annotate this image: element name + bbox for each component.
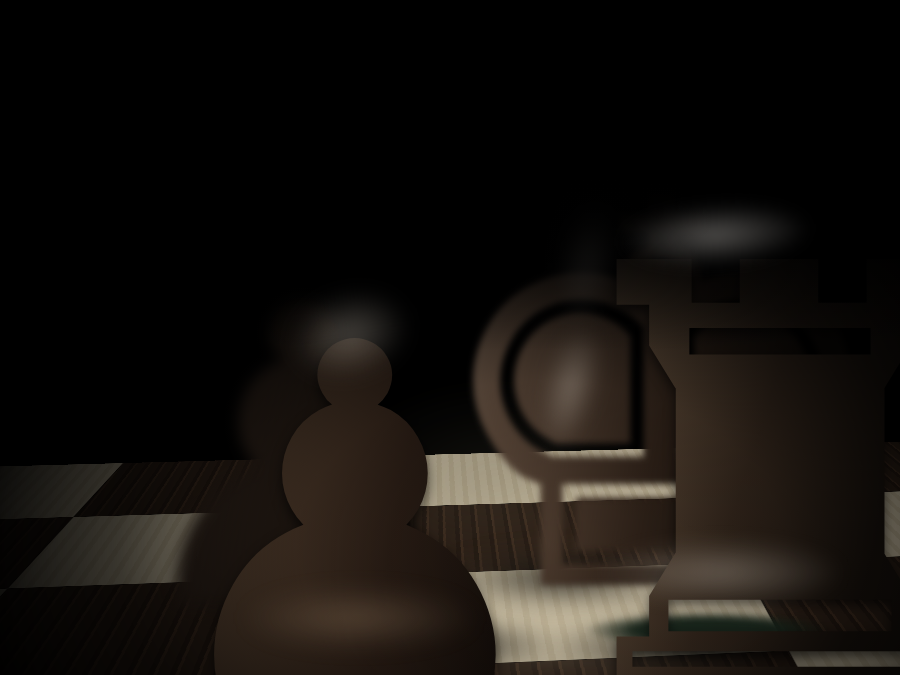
black-pawn-foreground-piece: ♟ <box>135 284 575 675</box>
black-rook-piece: ♜ <box>520 192 900 675</box>
chess-photo-scene: ♟ ♚ ♟ ♜ <box>0 0 900 675</box>
